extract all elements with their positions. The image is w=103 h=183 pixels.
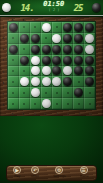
cell-a6[interactable] bbox=[8, 76, 19, 87]
toolbar-button-label: Play bbox=[14, 174, 20, 177]
empty-cell-dot bbox=[34, 26, 36, 28]
disc-black bbox=[20, 56, 29, 65]
empty-cell-dot bbox=[89, 103, 91, 105]
cell-b2[interactable] bbox=[19, 33, 30, 44]
cell-b1[interactable] bbox=[19, 22, 30, 33]
coord-label-c: C bbox=[29, 110, 40, 116]
disc-black bbox=[85, 77, 94, 86]
cell-f3[interactable] bbox=[62, 44, 73, 55]
cell-h8[interactable] bbox=[84, 98, 95, 109]
disc-white bbox=[63, 66, 72, 75]
empty-cell-dot bbox=[23, 92, 25, 94]
cell-c5[interactable] bbox=[30, 66, 41, 77]
cell-c7[interactable] bbox=[30, 87, 41, 98]
cell-d7[interactable] bbox=[41, 87, 52, 98]
cell-c6[interactable] bbox=[30, 76, 41, 87]
disc-black bbox=[9, 45, 18, 54]
cell-a2[interactable] bbox=[8, 33, 19, 44]
cell-d8[interactable] bbox=[41, 98, 52, 109]
disc-black bbox=[63, 77, 72, 86]
disc-black bbox=[74, 23, 83, 32]
disc-white bbox=[31, 77, 40, 86]
cell-f7[interactable] bbox=[62, 87, 73, 98]
disc-black bbox=[31, 45, 40, 54]
coord-label-3: 3 bbox=[0, 43, 7, 54]
cell-b4[interactable] bbox=[19, 55, 30, 66]
empty-cell-dot bbox=[56, 26, 58, 28]
cell-f2[interactable] bbox=[62, 33, 73, 44]
empty-cell-dot bbox=[67, 92, 69, 94]
cell-d1[interactable] bbox=[41, 22, 52, 33]
row-labels-right: 12345678 bbox=[96, 21, 103, 110]
scoreboard: 14. 01:50 ( 2 ) 25 bbox=[0, 0, 103, 16]
empty-cell-dot bbox=[78, 81, 80, 83]
disc-black bbox=[52, 56, 61, 65]
cell-c3[interactable] bbox=[30, 44, 41, 55]
cell-d5[interactable] bbox=[41, 66, 52, 77]
coord-label-3: 3 bbox=[96, 43, 103, 54]
coord-label-8: 8 bbox=[96, 99, 103, 110]
cell-g5[interactable] bbox=[73, 66, 84, 77]
cell-h5[interactable] bbox=[84, 66, 95, 77]
disc-black bbox=[52, 45, 61, 54]
cell-g6[interactable] bbox=[73, 76, 84, 87]
cell-f4[interactable] bbox=[62, 55, 73, 66]
cell-d3[interactable] bbox=[41, 44, 52, 55]
cell-h2[interactable] bbox=[84, 33, 95, 44]
coord-label-h: H bbox=[85, 110, 96, 116]
cell-e2[interactable] bbox=[52, 33, 63, 44]
coord-label-e: E bbox=[52, 110, 63, 116]
empty-cell-dot bbox=[34, 103, 36, 105]
cell-c4[interactable] bbox=[30, 55, 41, 66]
settings-button[interactable]: ⚙Settings bbox=[47, 166, 72, 180]
black-disc-icon bbox=[92, 3, 101, 12]
disc-white bbox=[31, 66, 40, 75]
row-labels-left: 12345678 bbox=[0, 21, 7, 110]
toolbar-button-label: Settings bbox=[53, 174, 65, 177]
cell-a3[interactable] bbox=[8, 44, 19, 55]
disc-black bbox=[63, 34, 72, 43]
disc-white bbox=[85, 34, 94, 43]
coord-label-7: 7 bbox=[96, 88, 103, 99]
timer-sub-value: ( 2 ) bbox=[48, 8, 59, 12]
white-disc-icon bbox=[2, 3, 11, 12]
disc-black bbox=[63, 23, 72, 32]
disc-white bbox=[85, 45, 94, 54]
disc-white bbox=[20, 77, 29, 86]
cell-g8[interactable] bbox=[73, 98, 84, 109]
cell-b3[interactable] bbox=[19, 44, 30, 55]
cell-b5[interactable] bbox=[19, 66, 30, 77]
disc-white bbox=[31, 88, 40, 97]
cell-f6[interactable] bbox=[62, 76, 73, 87]
disc-white bbox=[42, 66, 51, 75]
cell-g4[interactable] bbox=[73, 55, 84, 66]
game-clock: 01:50 ( 2 ) bbox=[43, 1, 64, 14]
black-score: 25 bbox=[74, 3, 83, 13]
cell-g1[interactable] bbox=[73, 22, 84, 33]
empty-cell-dot bbox=[45, 37, 47, 39]
cell-g7[interactable] bbox=[73, 87, 84, 98]
cell-e7[interactable] bbox=[52, 87, 63, 98]
disc-black bbox=[74, 66, 83, 75]
column-labels-bottom: ABCDEFGH bbox=[7, 110, 96, 116]
disc-black bbox=[42, 56, 51, 65]
cell-c2[interactable] bbox=[30, 33, 41, 44]
coord-label-1: 1 bbox=[0, 21, 7, 32]
empty-cell-dot bbox=[56, 92, 58, 94]
cell-b7[interactable] bbox=[19, 87, 30, 98]
empty-cell-dot bbox=[12, 92, 14, 94]
coord-label-b: B bbox=[18, 110, 29, 116]
empty-cell-dot bbox=[23, 26, 25, 28]
empty-cell-dot bbox=[12, 70, 14, 72]
cell-h3[interactable] bbox=[84, 44, 95, 55]
cell-h7[interactable] bbox=[84, 87, 95, 98]
empty-cell-dot bbox=[23, 48, 25, 50]
coord-label-6: 6 bbox=[0, 77, 7, 88]
disc-black bbox=[42, 45, 51, 54]
disc-black bbox=[74, 88, 83, 97]
cell-c8[interactable] bbox=[30, 98, 41, 109]
cell-a7[interactable] bbox=[8, 87, 19, 98]
cell-f8[interactable] bbox=[62, 98, 73, 109]
menu-button[interactable]: ☰Menu bbox=[76, 166, 92, 180]
disc-black bbox=[20, 34, 29, 43]
cell-f1[interactable] bbox=[62, 22, 73, 33]
coord-label-1: 1 bbox=[96, 21, 103, 32]
cell-g2[interactable] bbox=[73, 33, 84, 44]
coord-label-7: 7 bbox=[0, 88, 7, 99]
coord-label-6: 6 bbox=[96, 77, 103, 88]
disc-black bbox=[74, 56, 83, 65]
cell-e8[interactable] bbox=[52, 98, 63, 109]
empty-cell-dot bbox=[78, 103, 80, 105]
disc-black bbox=[63, 45, 72, 54]
empty-cell-dot bbox=[45, 92, 47, 94]
toolbar-button-label: Undo bbox=[31, 174, 39, 177]
cell-a5[interactable] bbox=[8, 66, 19, 77]
disc-white bbox=[52, 77, 61, 86]
cell-a1[interactable] bbox=[8, 22, 19, 33]
disc-white bbox=[52, 34, 61, 43]
cell-h4[interactable] bbox=[84, 55, 95, 66]
coord-label-2: 2 bbox=[96, 32, 103, 43]
cell-a4[interactable] bbox=[8, 55, 19, 66]
bottom-toolbar: ▶Play↶Undo⚙Settings☰Menu bbox=[6, 165, 97, 181]
cell-h1[interactable] bbox=[84, 22, 95, 33]
board-grid bbox=[7, 21, 96, 110]
coord-label-2: 2 bbox=[0, 32, 7, 43]
empty-cell-dot bbox=[12, 81, 14, 83]
board-frame: ABCDEFGH ABCDEFGH 12345678 12345678 bbox=[0, 17, 103, 116]
disc-black bbox=[85, 23, 94, 32]
coord-label-5: 5 bbox=[0, 66, 7, 77]
cell-h6[interactable] bbox=[84, 76, 95, 87]
empty-cell-dot bbox=[67, 103, 69, 105]
disc-black bbox=[31, 34, 40, 43]
cell-b8[interactable] bbox=[19, 98, 30, 109]
coord-label-4: 4 bbox=[0, 54, 7, 65]
cell-e1[interactable] bbox=[52, 22, 63, 33]
empty-cell-dot bbox=[12, 59, 14, 61]
cell-e5[interactable] bbox=[52, 66, 63, 77]
coord-label-f: F bbox=[63, 110, 74, 116]
disc-black bbox=[9, 23, 18, 32]
cell-d2[interactable] bbox=[41, 33, 52, 44]
disc-white bbox=[42, 99, 51, 108]
disc-black bbox=[74, 45, 83, 54]
empty-cell-dot bbox=[56, 103, 58, 105]
cell-a8[interactable] bbox=[8, 98, 19, 109]
othello-app-screen: 14. 01:50 ( 2 ) 25 ABCDEFGH ABCDEFGH 123… bbox=[0, 0, 103, 183]
toolbar-button-label: Menu bbox=[80, 174, 88, 177]
coord-label-a: A bbox=[7, 110, 18, 116]
disc-black bbox=[85, 66, 94, 75]
cell-d6[interactable] bbox=[41, 76, 52, 87]
disc-white bbox=[42, 77, 51, 86]
disc-black bbox=[52, 66, 61, 75]
empty-cell-dot bbox=[89, 92, 91, 94]
undo-button[interactable]: ↶Undo bbox=[27, 166, 43, 180]
cell-e6[interactable] bbox=[52, 76, 63, 87]
cell-e3[interactable] bbox=[52, 44, 63, 55]
cell-b6[interactable] bbox=[19, 76, 30, 87]
empty-cell-dot bbox=[23, 103, 25, 105]
coord-label-4: 4 bbox=[96, 54, 103, 65]
disc-white bbox=[42, 23, 51, 32]
disc-black bbox=[63, 56, 72, 65]
cell-c1[interactable] bbox=[30, 22, 41, 33]
coord-label-g: G bbox=[74, 110, 85, 116]
disc-black bbox=[85, 56, 94, 65]
cell-g3[interactable] bbox=[73, 44, 84, 55]
cell-f5[interactable] bbox=[62, 66, 73, 77]
play-button[interactable]: ▶Play bbox=[11, 166, 24, 180]
disc-white bbox=[31, 56, 40, 65]
cell-d4[interactable] bbox=[41, 55, 52, 66]
empty-cell-dot bbox=[12, 103, 14, 105]
coord-label-d: D bbox=[40, 110, 51, 116]
empty-cell-dot bbox=[12, 37, 14, 39]
white-score: 14. bbox=[20, 3, 33, 13]
disc-black bbox=[74, 34, 83, 43]
empty-cell-dot bbox=[23, 70, 25, 72]
cell-e4[interactable] bbox=[52, 55, 63, 66]
coord-label-8: 8 bbox=[0, 99, 7, 110]
coord-label-5: 5 bbox=[96, 66, 103, 77]
